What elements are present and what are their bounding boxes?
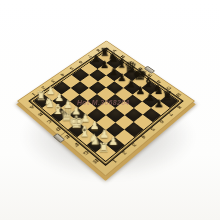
piece-white-rook: ♜ (34, 90, 47, 102)
hinge-icon (144, 65, 156, 73)
chess-set-photo: ABCDEFGH ABCDEFGH 87654321 87654321 ♜♞♝♛… (0, 0, 220, 220)
square-e8: ♚ (132, 75, 149, 88)
coordinate-label: H (171, 89, 186, 101)
piece-black-pawn: ♟ (133, 85, 146, 95)
piece-black-rook: ♜ (99, 47, 111, 58)
watermark-text: Hot M.3068204 (77, 99, 130, 106)
piece-black-bishop: ♝ (142, 76, 155, 89)
square-b1: ♞ (42, 101, 60, 115)
